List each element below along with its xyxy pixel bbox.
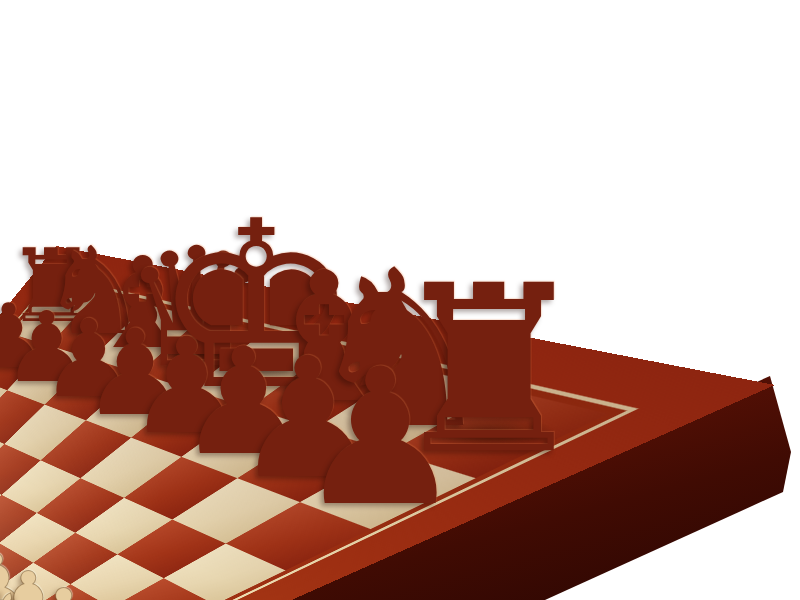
product-photo-stage: ♜♞♝♛♚♝♞♜♟♟♟♟♟♟♟♟♟♟♟♟♟♟♟♟♜♞♝♛♚♝♞♜	[0, 0, 800, 600]
piece-red-pawn-h7[interactable]: ♟	[296, 344, 465, 532]
